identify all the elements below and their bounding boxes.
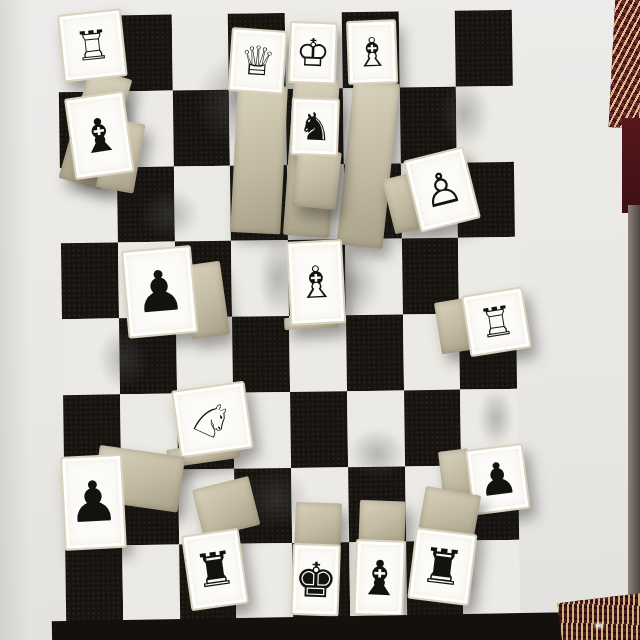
carpet-right-edge bbox=[609, 0, 640, 129]
piece-box-face: ♞ bbox=[290, 97, 340, 157]
piece-box-face: ♗ bbox=[346, 19, 398, 85]
white-knight-icon: ♘ bbox=[184, 390, 240, 449]
piece-box-face: ♟ bbox=[121, 245, 198, 339]
piece-box-face: ♝ bbox=[353, 539, 406, 617]
square-g8[interactable] bbox=[398, 11, 456, 88]
piece-box-face: ♖ bbox=[57, 8, 128, 82]
carpet-right-edge-dark bbox=[622, 118, 640, 213]
black-bishop-icon: ♝ bbox=[357, 553, 402, 602]
black-pawn-icon: ♟ bbox=[476, 455, 521, 503]
box-shadow-smudge bbox=[438, 78, 490, 150]
black-rook-icon: ♜ bbox=[191, 544, 238, 595]
square-a1[interactable] bbox=[65, 546, 123, 623]
piece-box-side bbox=[292, 148, 342, 210]
black-king-icon: ♚ bbox=[293, 555, 338, 604]
white-king-icon: ♔ bbox=[295, 33, 330, 72]
black-rook-icon: ♜ bbox=[418, 540, 467, 593]
square-b1[interactable] bbox=[122, 545, 180, 622]
square-e3[interactable] bbox=[290, 391, 348, 468]
piece-box-face: ♘ bbox=[171, 381, 254, 459]
scene: ♖♝♕♔♗♞♙♟♗♖♘♟♟♜♚♝♜ bbox=[0, 0, 640, 640]
piece-box-side bbox=[359, 500, 406, 544]
piece-box-face: ♝ bbox=[64, 91, 135, 181]
black-knight-icon: ♞ bbox=[297, 107, 332, 146]
carpet-bottom-right-pattern bbox=[558, 593, 640, 640]
white-pawn-icon: ♙ bbox=[418, 163, 467, 215]
white-queen-icon: ♕ bbox=[238, 40, 277, 82]
piece-box-face: ♔ bbox=[288, 21, 338, 85]
piece-box-face: ♜ bbox=[181, 528, 249, 611]
box-shadow-smudge bbox=[478, 388, 514, 448]
piece-box-side bbox=[230, 84, 288, 234]
white-bishop-icon: ♗ bbox=[353, 31, 390, 72]
black-bishop-icon: ♝ bbox=[76, 110, 123, 161]
piece-box-face: ♕ bbox=[228, 27, 288, 95]
black-pawn-icon: ♟ bbox=[67, 473, 120, 532]
piece-box-face: ♟ bbox=[60, 454, 127, 551]
piece-box-side bbox=[294, 502, 342, 548]
piece-box-face: ♗ bbox=[286, 239, 346, 326]
white-bishop-icon: ♗ bbox=[295, 259, 337, 305]
box-shadow-smudge bbox=[348, 428, 406, 480]
box-shadow-smudge bbox=[138, 188, 200, 240]
paper-sheet-shading bbox=[0, 0, 30, 640]
piece-box-face: ♚ bbox=[290, 543, 340, 617]
square-a5[interactable] bbox=[61, 243, 119, 320]
square-f4[interactable] bbox=[346, 314, 404, 391]
white-rook-icon: ♖ bbox=[476, 299, 518, 344]
square-h8[interactable] bbox=[455, 10, 513, 87]
piece-box-face: ♜ bbox=[407, 527, 477, 606]
piece-box-face: ♖ bbox=[461, 286, 532, 357]
paper-right-edge-shadow bbox=[628, 205, 640, 640]
camera-glare-spot bbox=[592, 621, 606, 630]
black-pawn-icon: ♟ bbox=[132, 262, 187, 322]
white-rook-icon: ♖ bbox=[72, 24, 112, 68]
